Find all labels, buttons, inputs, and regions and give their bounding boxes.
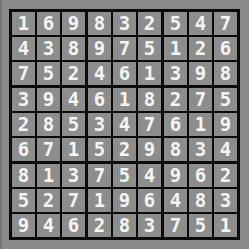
cell-r8c3[interactable]: 7: [60, 187, 85, 212]
cell-r1c2[interactable]: 6: [35, 12, 60, 35]
cell-r4c3[interactable]: 4: [60, 85, 85, 111]
cell-r6c7[interactable]: 8: [161, 136, 187, 161]
cell-r5c1[interactable]: 2: [12, 111, 35, 136]
cell-r2c5[interactable]: 7: [111, 35, 136, 60]
cell-r8c8[interactable]: 8: [187, 187, 212, 212]
cell-r1c8[interactable]: 4: [187, 12, 212, 35]
cell-r5c3[interactable]: 5: [60, 111, 85, 136]
screen-left-edge: [0, 0, 2, 249]
cell-r6c5[interactable]: 2: [111, 136, 136, 161]
cell-r5c2[interactable]: 8: [35, 111, 60, 136]
cell-r4c2[interactable]: 9: [35, 85, 60, 111]
cell-r3c2[interactable]: 5: [35, 60, 60, 85]
cell-r8c5[interactable]: 9: [111, 187, 136, 212]
cell-r7c1[interactable]: 8: [12, 161, 35, 187]
cell-r9c4[interactable]: 2: [85, 212, 111, 237]
cell-r2c2[interactable]: 3: [35, 35, 60, 60]
cell-r3c1[interactable]: 7: [12, 60, 35, 85]
cell-r4c8[interactable]: 7: [187, 85, 212, 111]
cell-r1c5[interactable]: 3: [111, 12, 136, 35]
cell-r8c9[interactable]: 3: [212, 187, 237, 212]
cell-r2c6[interactable]: 5: [136, 35, 161, 60]
cell-r3c7[interactable]: 3: [161, 60, 187, 85]
cell-r9c3[interactable]: 6: [60, 212, 85, 237]
cell-r4c4[interactable]: 6: [85, 85, 111, 111]
cell-r7c5[interactable]: 5: [111, 161, 136, 187]
cell-r2c4[interactable]: 9: [85, 35, 111, 60]
cell-r5c4[interactable]: 3: [85, 111, 111, 136]
cell-r8c1[interactable]: 5: [12, 187, 35, 212]
cell-r1c3[interactable]: 9: [60, 12, 85, 35]
sudoku-board-container: 1698325474389751267524613983946182752853…: [9, 9, 240, 240]
cell-r1c1[interactable]: 1: [12, 12, 35, 35]
cell-r2c1[interactable]: 4: [12, 35, 35, 60]
cell-r8c2[interactable]: 2: [35, 187, 60, 212]
cell-r2c8[interactable]: 2: [187, 35, 212, 60]
cell-r6c8[interactable]: 3: [187, 136, 212, 161]
cell-r9c1[interactable]: 9: [12, 212, 35, 237]
cell-r3c3[interactable]: 2: [60, 60, 85, 85]
cell-r7c3[interactable]: 3: [60, 161, 85, 187]
cell-r3c8[interactable]: 9: [187, 60, 212, 85]
cell-r4c6[interactable]: 8: [136, 85, 161, 111]
cell-r6c4[interactable]: 5: [85, 136, 111, 161]
cell-r3c4[interactable]: 4: [85, 60, 111, 85]
cell-r1c4[interactable]: 8: [85, 12, 111, 35]
cell-r2c9[interactable]: 6: [212, 35, 237, 60]
cell-r7c7[interactable]: 9: [161, 161, 187, 187]
cell-r3c9[interactable]: 8: [212, 60, 237, 85]
cell-r6c6[interactable]: 9: [136, 136, 161, 161]
cell-r1c6[interactable]: 2: [136, 12, 161, 35]
cell-r7c6[interactable]: 4: [136, 161, 161, 187]
cell-r9c2[interactable]: 4: [35, 212, 60, 237]
cell-r4c1[interactable]: 3: [12, 85, 35, 111]
cell-r9c5[interactable]: 8: [111, 212, 136, 237]
cell-r1c7[interactable]: 5: [161, 12, 187, 35]
cell-r4c7[interactable]: 2: [161, 85, 187, 111]
cell-r9c9[interactable]: 1: [212, 212, 237, 237]
cell-r7c8[interactable]: 6: [187, 161, 212, 187]
cell-r9c7[interactable]: 7: [161, 212, 187, 237]
cell-r9c6[interactable]: 3: [136, 212, 161, 237]
cell-r6c2[interactable]: 7: [35, 136, 60, 161]
cell-r6c3[interactable]: 1: [60, 136, 85, 161]
cell-r5c8[interactable]: 1: [187, 111, 212, 136]
cell-r6c1[interactable]: 6: [12, 136, 35, 161]
cell-r3c6[interactable]: 1: [136, 60, 161, 85]
cell-r4c5[interactable]: 1: [111, 85, 136, 111]
cell-r5c5[interactable]: 4: [111, 111, 136, 136]
cell-r7c2[interactable]: 1: [35, 161, 60, 187]
cell-r7c9[interactable]: 2: [212, 161, 237, 187]
cell-r4c9[interactable]: 5: [212, 85, 237, 111]
cell-r8c7[interactable]: 4: [161, 187, 187, 212]
cell-r2c7[interactable]: 1: [161, 35, 187, 60]
cell-r8c4[interactable]: 1: [85, 187, 111, 212]
cell-r1c9[interactable]: 7: [212, 12, 237, 35]
cell-r3c5[interactable]: 6: [111, 60, 136, 85]
cell-r5c7[interactable]: 6: [161, 111, 187, 136]
cell-r5c6[interactable]: 7: [136, 111, 161, 136]
cell-r9c8[interactable]: 5: [187, 212, 212, 237]
cell-r6c9[interactable]: 4: [212, 136, 237, 161]
sudoku-board: 1698325474389751267524613983946182752853…: [9, 9, 240, 240]
cell-r8c6[interactable]: 6: [136, 187, 161, 212]
cell-r2c3[interactable]: 8: [60, 35, 85, 60]
cell-r7c4[interactable]: 7: [85, 161, 111, 187]
cell-r5c9[interactable]: 9: [212, 111, 237, 136]
